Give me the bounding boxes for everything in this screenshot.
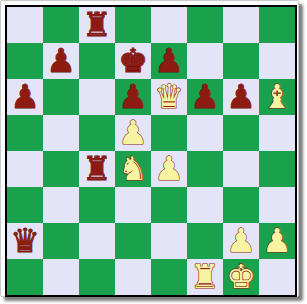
square-c4[interactable]: ♜ — [79, 151, 115, 187]
black-king[interactable]: ♚ — [118, 43, 148, 79]
square-d4[interactable]: ♞ — [115, 151, 151, 187]
square-f5[interactable] — [187, 115, 223, 151]
square-d5[interactable]: ♟ — [115, 115, 151, 151]
square-e3[interactable] — [151, 187, 187, 223]
square-h5[interactable] — [259, 115, 295, 151]
black-pawn[interactable]: ♟ — [10, 79, 40, 115]
square-f8[interactable] — [187, 7, 223, 43]
white-pawn[interactable]: ♟ — [154, 151, 184, 187]
black-pawn[interactable]: ♟ — [118, 79, 148, 115]
square-g6[interactable]: ♟ — [223, 79, 259, 115]
square-e5[interactable] — [151, 115, 187, 151]
square-a6[interactable]: ♟ — [7, 79, 43, 115]
square-f7[interactable] — [187, 43, 223, 79]
square-c6[interactable] — [79, 79, 115, 115]
square-f4[interactable] — [187, 151, 223, 187]
black-pawn[interactable]: ♟ — [154, 43, 184, 79]
square-a4[interactable] — [7, 151, 43, 187]
square-c7[interactable] — [79, 43, 115, 79]
square-g7[interactable] — [223, 43, 259, 79]
square-e8[interactable] — [151, 7, 187, 43]
square-c1[interactable] — [79, 259, 115, 295]
square-a1[interactable] — [7, 259, 43, 295]
square-d8[interactable] — [115, 7, 151, 43]
square-d2[interactable] — [115, 223, 151, 259]
square-g4[interactable] — [223, 151, 259, 187]
square-h3[interactable] — [259, 187, 295, 223]
square-g8[interactable] — [223, 7, 259, 43]
square-f2[interactable] — [187, 223, 223, 259]
square-b8[interactable] — [43, 7, 79, 43]
white-knight[interactable]: ♞ — [118, 151, 148, 187]
white-rook[interactable]: ♜ — [190, 259, 220, 295]
white-pawn[interactable]: ♟ — [118, 115, 148, 151]
square-g2[interactable]: ♟ — [223, 223, 259, 259]
black-pawn[interactable]: ♟ — [190, 79, 220, 115]
white-king[interactable]: ♚ — [226, 259, 256, 295]
square-f6[interactable]: ♟ — [187, 79, 223, 115]
square-g5[interactable] — [223, 115, 259, 151]
square-a7[interactable] — [7, 43, 43, 79]
square-h7[interactable] — [259, 43, 295, 79]
square-b4[interactable] — [43, 151, 79, 187]
black-pawn[interactable]: ♟ — [46, 43, 76, 79]
square-e4[interactable]: ♟ — [151, 151, 187, 187]
square-b6[interactable] — [43, 79, 79, 115]
square-d3[interactable] — [115, 187, 151, 223]
square-d1[interactable] — [115, 259, 151, 295]
white-pawn[interactable]: ♟ — [226, 223, 256, 259]
square-a3[interactable] — [7, 187, 43, 223]
black-pawn[interactable]: ♟ — [226, 79, 256, 115]
square-g3[interactable] — [223, 187, 259, 223]
square-f1[interactable]: ♜ — [187, 259, 223, 295]
white-pawn[interactable]: ♟ — [262, 223, 292, 259]
square-a5[interactable] — [7, 115, 43, 151]
square-d7[interactable]: ♚ — [115, 43, 151, 79]
square-c5[interactable] — [79, 115, 115, 151]
black-rook[interactable]: ♜ — [82, 7, 112, 43]
white-queen[interactable]: ♛ — [154, 79, 184, 115]
square-b7[interactable]: ♟ — [43, 43, 79, 79]
square-h4[interactable] — [259, 151, 295, 187]
square-b2[interactable] — [43, 223, 79, 259]
white-bishop[interactable]: ♝ — [262, 79, 292, 115]
square-c2[interactable] — [79, 223, 115, 259]
chess-board: ♜♟♚♟♟♟♛♟♟♝♟♜♞♟♛♟♟♜♚ — [5, 5, 297, 297]
square-f3[interactable] — [187, 187, 223, 223]
square-h1[interactable] — [259, 259, 295, 295]
square-b5[interactable] — [43, 115, 79, 151]
square-c3[interactable] — [79, 187, 115, 223]
square-e2[interactable] — [151, 223, 187, 259]
square-c8[interactable]: ♜ — [79, 7, 115, 43]
square-a8[interactable] — [7, 7, 43, 43]
square-e1[interactable] — [151, 259, 187, 295]
square-h6[interactable]: ♝ — [259, 79, 295, 115]
square-a2[interactable]: ♛ — [7, 223, 43, 259]
black-queen[interactable]: ♛ — [10, 223, 40, 259]
board-frame: ♜♟♚♟♟♟♛♟♟♝♟♜♞♟♛♟♟♜♚ — [0, 0, 299, 297]
square-b3[interactable] — [43, 187, 79, 223]
square-d6[interactable]: ♟ — [115, 79, 151, 115]
square-e6[interactable]: ♛ — [151, 79, 187, 115]
square-g1[interactable]: ♚ — [223, 259, 259, 295]
square-e7[interactable]: ♟ — [151, 43, 187, 79]
square-b1[interactable] — [43, 259, 79, 295]
square-h8[interactable] — [259, 7, 295, 43]
black-rook[interactable]: ♜ — [82, 151, 112, 187]
square-h2[interactable]: ♟ — [259, 223, 295, 259]
